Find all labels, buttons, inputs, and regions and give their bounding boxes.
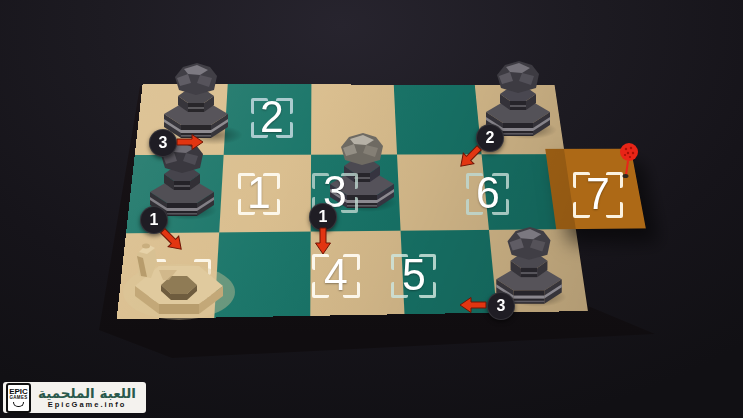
move-count-badge: 3	[149, 129, 177, 157]
move-arrow-icon	[314, 226, 332, 256]
target-number: 1	[247, 170, 271, 215]
target-square-4[interactable]: 4	[312, 254, 360, 298]
move-arrow-icon	[175, 133, 205, 151]
watermark-text: اللعبة الملحمية EpicGame.info	[31, 386, 143, 409]
move-count-badge: 3	[487, 292, 515, 320]
target-square-2[interactable]: 2	[251, 98, 293, 138]
epic-games-logo: EPIC GAMES	[6, 383, 31, 413]
watermark: EPIC GAMES اللعبة الملحمية EpicGame.info	[3, 382, 146, 413]
target-square-1[interactable]: 1	[238, 173, 280, 215]
target-number: 5	[402, 252, 426, 297]
target-square-5[interactable]: 5	[391, 254, 436, 298]
target-number: 7	[586, 171, 610, 216]
watermark-site-url: EpicGame.info	[48, 400, 127, 409]
move-arrow-icon	[458, 296, 488, 314]
target-number: 4	[324, 252, 348, 297]
pin-icon	[614, 136, 644, 182]
logo-arc	[13, 402, 24, 407]
target-number: 2	[260, 94, 284, 139]
game-scene: 1 2 3 4 5 6 7	[0, 0, 743, 418]
target-number: 6	[476, 170, 500, 215]
logo-text-bottom: GAMES	[9, 396, 27, 401]
watermark-arabic-title: اللعبة الملحمية	[38, 386, 136, 400]
target-square-6[interactable]: 6	[466, 173, 509, 215]
